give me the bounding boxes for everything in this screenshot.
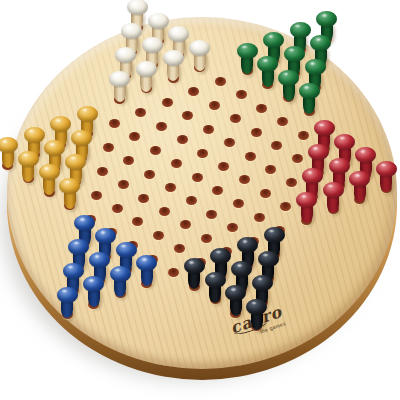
peg-cap: [296, 192, 317, 208]
board-hole[interactable]: [286, 178, 297, 187]
peg-cap: [316, 11, 337, 27]
peg-white[interactable]: [109, 71, 130, 105]
peg-red[interactable]: [296, 192, 317, 226]
board-hole[interactable]: [144, 170, 155, 179]
peg-cap: [225, 285, 246, 301]
board-hole[interactable]: [203, 125, 214, 134]
peg-cap: [284, 46, 305, 62]
peg-cap: [74, 215, 95, 231]
peg-cap: [68, 239, 89, 255]
peg-cap: [57, 287, 78, 303]
board-hole[interactable]: [165, 183, 176, 192]
peg-cap: [263, 32, 284, 48]
peg-cap: [299, 83, 320, 99]
peg-blue[interactable]: [136, 255, 157, 289]
board-hole[interactable]: [138, 194, 149, 203]
board-hole[interactable]: [212, 186, 223, 195]
peg-cap: [305, 59, 326, 75]
peg-yellow[interactable]: [18, 151, 39, 185]
peg-blue[interactable]: [57, 287, 78, 321]
peg-blue[interactable]: [110, 266, 131, 300]
peg-cap: [184, 258, 205, 274]
board-hole[interactable]: [298, 131, 309, 140]
peg-cap: [89, 252, 110, 268]
peg-cap: [246, 299, 267, 315]
peg-cap: [65, 154, 86, 170]
peg-yellow[interactable]: [0, 137, 18, 171]
peg-cap: [329, 158, 350, 174]
peg-yellow[interactable]: [59, 178, 80, 212]
board-hole[interactable]: [201, 234, 212, 243]
peg-cap: [310, 35, 331, 51]
board-hole[interactable]: [123, 156, 134, 165]
board-layer: cayro the games: [0, 0, 400, 400]
peg-red[interactable]: [323, 182, 344, 216]
board-hole[interactable]: [132, 217, 143, 226]
board-hole[interactable]: [156, 122, 167, 131]
board-hole[interactable]: [174, 244, 185, 253]
peg-cap: [349, 171, 370, 187]
peg-cap: [334, 134, 355, 150]
board-hole[interactable]: [135, 108, 146, 117]
peg-green[interactable]: [278, 70, 299, 104]
peg-cap: [136, 255, 157, 271]
board-hole[interactable]: [251, 128, 262, 137]
board-hole[interactable]: [254, 213, 265, 222]
peg-cap: [323, 182, 344, 198]
board-hole[interactable]: [236, 90, 247, 99]
peg-cap: [39, 164, 60, 180]
board-hole[interactable]: [239, 175, 250, 184]
peg-cap: [77, 106, 98, 122]
peg-cap: [355, 147, 376, 163]
peg-black[interactable]: [246, 299, 267, 333]
peg-green[interactable]: [257, 56, 278, 90]
board-hole[interactable]: [230, 114, 241, 123]
peg-cap: [376, 161, 397, 177]
peg-cap: [302, 168, 323, 184]
board-hole[interactable]: [150, 146, 161, 155]
peg-cap: [142, 37, 163, 53]
board-hole[interactable]: [206, 210, 217, 219]
board-hole[interactable]: [182, 111, 193, 120]
peg-cap: [163, 50, 184, 66]
peg-cap: [252, 275, 273, 291]
peg-red[interactable]: [349, 171, 370, 205]
product-photo: cayro the games: [0, 0, 400, 400]
board-hole[interactable]: [280, 202, 291, 211]
peg-cap: [71, 130, 92, 146]
peg-cap: [44, 140, 65, 156]
peg-yellow[interactable]: [39, 164, 60, 198]
peg-cap: [127, 0, 148, 15]
board-hole[interactable]: [162, 98, 173, 107]
board-hole[interactable]: [227, 223, 238, 232]
peg-cap: [168, 26, 189, 42]
peg-white[interactable]: [163, 50, 184, 84]
board-hole[interactable]: [168, 268, 179, 277]
board-hole[interactable]: [188, 87, 199, 96]
peg-green[interactable]: [299, 83, 320, 117]
board-hole[interactable]: [215, 77, 226, 86]
peg-red[interactable]: [376, 161, 397, 195]
board-hole[interactable]: [256, 104, 267, 113]
board-hole[interactable]: [109, 119, 120, 128]
peg-cap: [59, 178, 80, 194]
peg-cap: [189, 40, 210, 56]
peg-black[interactable]: [205, 272, 226, 306]
board-hole[interactable]: [177, 135, 188, 144]
board-hole[interactable]: [112, 204, 123, 213]
peg-cap: [95, 228, 116, 244]
peg-cap: [0, 137, 18, 153]
peg-black[interactable]: [225, 285, 246, 319]
peg-cap: [110, 266, 131, 282]
board-hole[interactable]: [218, 162, 229, 171]
peg-cap: [116, 242, 137, 258]
peg-cap: [115, 47, 136, 63]
peg-cap: [83, 276, 104, 292]
peg-cap: [136, 61, 157, 77]
board-hole[interactable]: [97, 167, 108, 176]
peg-cap: [109, 71, 130, 87]
peg-cap: [237, 43, 258, 59]
peg-cap: [231, 261, 252, 277]
peg-cap: [18, 151, 39, 167]
board-hole[interactable]: [103, 143, 114, 152]
peg-cap: [278, 70, 299, 86]
board-hole[interactable]: [265, 165, 276, 174]
peg-cap: [257, 56, 278, 72]
board-hole[interactable]: [180, 220, 191, 229]
board-hole[interactable]: [192, 173, 203, 182]
board-hole[interactable]: [209, 101, 220, 110]
board-hole[interactable]: [129, 132, 140, 141]
peg-blue[interactable]: [83, 276, 104, 310]
peg-cap: [148, 13, 169, 29]
board-hole[interactable]: [91, 191, 102, 200]
peg-cap: [264, 227, 285, 243]
board-hole[interactable]: [186, 196, 197, 205]
peg-cap: [121, 23, 142, 39]
peg-cap: [63, 263, 84, 279]
board-hole[interactable]: [197, 149, 208, 158]
peg-white[interactable]: [136, 61, 157, 95]
board-hole[interactable]: [292, 154, 303, 163]
board-hole[interactable]: [171, 159, 182, 168]
peg-cap: [50, 116, 71, 132]
board-hole[interactable]: [159, 207, 170, 216]
peg-cap: [237, 237, 258, 253]
board-hole[interactable]: [233, 199, 244, 208]
peg-cap: [205, 272, 226, 288]
peg-green[interactable]: [237, 43, 258, 77]
board-hole[interactable]: [277, 117, 288, 126]
peg-white[interactable]: [189, 40, 210, 74]
board-hole[interactable]: [245, 152, 256, 161]
board-hole[interactable]: [118, 180, 129, 189]
board-hole[interactable]: [153, 231, 164, 240]
board-hole[interactable]: [271, 141, 282, 150]
board-hole[interactable]: [224, 138, 235, 147]
peg-black[interactable]: [184, 258, 205, 292]
peg-cap: [290, 22, 311, 38]
peg-cap: [308, 144, 329, 160]
peg-cap: [258, 251, 279, 267]
peg-cap: [24, 127, 45, 143]
peg-cap: [210, 248, 231, 264]
peg-cap: [314, 120, 335, 136]
board-hole[interactable]: [260, 189, 271, 198]
